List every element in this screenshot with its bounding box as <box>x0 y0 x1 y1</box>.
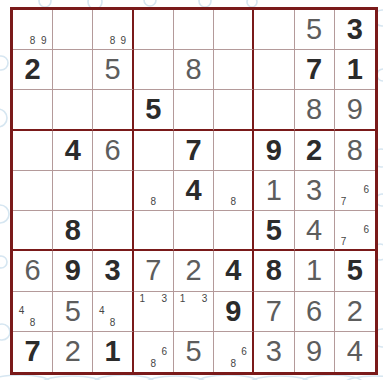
solved-digit: 6 <box>25 256 41 285</box>
cell-r9c1[interactable]: 7 <box>13 332 53 372</box>
candidate-empty-slot <box>107 12 118 24</box>
candidate-empty-slot <box>137 317 148 329</box>
solved-digit: 6 <box>306 297 322 326</box>
cell-r1c5[interactable] <box>174 10 214 50</box>
solved-digit: 9 <box>347 95 363 124</box>
candidate-digit: 8 <box>228 358 239 370</box>
candidate-empty-slot <box>148 346 159 358</box>
candidate-empty-slot <box>27 24 38 36</box>
cell-r5c4[interactable]: 8 <box>134 171 174 211</box>
candidate-empty-slot <box>137 196 148 208</box>
cell-r3c7[interactable] <box>254 90 294 130</box>
candidate-empty-slot <box>38 294 49 306</box>
sudoku-board: 8989532587158946792884813678546769372481… <box>10 7 378 375</box>
pencil-marks: 48 <box>16 294 49 329</box>
solved-digit: 2 <box>65 337 81 366</box>
candidate-empty-slot <box>118 305 129 317</box>
cell-r5c8[interactable]: 3 <box>295 171 335 211</box>
cell-r5c5[interactable]: 4 <box>174 171 214 211</box>
cell-r4c3[interactable]: 6 <box>93 131 133 171</box>
given-digit: 9 <box>65 256 81 285</box>
cell-r5c2[interactable] <box>53 171 93 211</box>
cell-r2c8[interactable]: 7 <box>295 50 335 90</box>
cell-r4c7[interactable]: 9 <box>254 131 294 171</box>
candidate-digit: 3 <box>199 294 210 306</box>
candidate-digit: 8 <box>107 35 118 47</box>
candidate-digit: 9 <box>38 35 49 47</box>
candidate-digit: 8 <box>148 196 159 208</box>
cell-r8c5[interactable]: 13 <box>174 292 214 332</box>
candidate-empty-slot <box>228 346 239 358</box>
candidate-digit: 3 <box>159 294 170 306</box>
candidate-empty-slot <box>38 305 49 317</box>
given-digit: 9 <box>225 297 241 326</box>
given-digit: 7 <box>25 337 41 366</box>
cell-r7c1[interactable]: 6 <box>13 251 53 291</box>
cell-r4c8[interactable]: 2 <box>295 131 335 171</box>
candidate-empty-slot <box>188 294 199 306</box>
solved-digit: 5 <box>65 297 81 326</box>
candidate-empty-slot <box>349 213 360 224</box>
candidate-digit: 8 <box>27 35 38 47</box>
pencil-marks: 68 <box>137 334 170 370</box>
candidate-empty-slot <box>16 35 27 47</box>
cell-r5c7[interactable]: 1 <box>254 171 294 211</box>
candidate-empty-slot <box>361 196 372 208</box>
pencil-marks: 13 <box>137 294 170 329</box>
cell-r6c9[interactable]: 67 <box>335 211 375 251</box>
cell-r6c4[interactable] <box>134 211 174 251</box>
solved-digit: 4 <box>347 337 363 366</box>
candidate-digit: 6 <box>159 346 170 358</box>
given-digit: 4 <box>225 256 241 285</box>
cell-r6c7[interactable]: 5 <box>254 211 294 251</box>
candidate-empty-slot <box>118 317 129 329</box>
cell-r1c8[interactable]: 5 <box>295 10 335 50</box>
cell-r8c1[interactable]: 48 <box>13 292 53 332</box>
candidate-empty-slot <box>148 317 159 329</box>
cell-r1c1[interactable]: 89 <box>13 10 53 50</box>
candidate-digit: 4 <box>16 305 27 317</box>
pencil-marks: 8 <box>217 173 249 208</box>
candidate-empty-slot <box>239 185 250 197</box>
candidate-empty-slot <box>27 305 38 317</box>
candidate-empty-slot <box>239 196 250 208</box>
cell-r8c7[interactable]: 7 <box>254 292 294 332</box>
candidate-empty-slot <box>361 236 372 247</box>
given-digit: 4 <box>65 136 81 165</box>
candidate-empty-slot <box>188 305 199 317</box>
candidate-empty-slot <box>159 173 170 185</box>
pencil-marks: 68 <box>217 334 249 370</box>
cell-r6c5[interactable] <box>174 211 214 251</box>
cell-r4c5[interactable]: 7 <box>174 131 214 171</box>
cell-r9c4[interactable]: 68 <box>134 332 174 372</box>
cell-r2c9[interactable]: 1 <box>335 50 375 90</box>
cell-r9c3[interactable]: 1 <box>93 332 133 372</box>
given-digit: 5 <box>347 256 363 285</box>
given-digit: 2 <box>25 55 41 84</box>
cell-r7c3[interactable]: 3 <box>93 251 133 291</box>
given-digit: 1 <box>104 337 120 366</box>
given-digit: 5 <box>145 95 161 124</box>
candidate-empty-slot <box>148 294 159 306</box>
candidate-empty-slot <box>118 24 129 36</box>
candidate-digit: 7 <box>338 196 349 208</box>
solved-digit: 7 <box>266 297 282 326</box>
cell-r8c9[interactable]: 2 <box>335 292 375 332</box>
cell-r1c4[interactable] <box>134 10 174 50</box>
solved-digit: 5 <box>185 337 201 366</box>
candidate-empty-slot <box>217 196 228 208</box>
cell-r8c2[interactable]: 5 <box>53 292 93 332</box>
solved-digit: 8 <box>306 95 322 124</box>
candidate-empty-slot <box>228 185 239 197</box>
candidate-digit: 6 <box>361 185 372 197</box>
cell-r8c8[interactable]: 6 <box>295 292 335 332</box>
candidate-empty-slot <box>217 185 228 197</box>
candidate-empty-slot <box>27 294 38 306</box>
cell-r4c1[interactable] <box>13 131 53 171</box>
candidate-empty-slot <box>361 213 372 224</box>
cell-r9c7[interactable]: 3 <box>254 332 294 372</box>
candidate-empty-slot <box>177 317 188 329</box>
cell-r1c2[interactable] <box>53 10 93 50</box>
solved-digit: 8 <box>185 55 201 84</box>
cell-r7c8[interactable]: 1 <box>295 251 335 291</box>
pencil-marks: 48 <box>96 294 128 329</box>
candidate-empty-slot <box>349 185 360 197</box>
candidate-empty-slot <box>349 236 360 247</box>
candidate-empty-slot <box>118 294 129 306</box>
given-digit: 3 <box>104 256 120 285</box>
candidate-empty-slot <box>239 173 250 185</box>
cell-r7c6[interactable]: 4 <box>214 251 254 291</box>
cell-r2c6[interactable] <box>214 50 254 90</box>
candidate-empty-slot <box>239 358 250 370</box>
cell-r8c6[interactable]: 9 <box>214 292 254 332</box>
cell-r2c2[interactable] <box>53 50 93 90</box>
candidate-empty-slot <box>148 173 159 185</box>
cell-r9c9[interactable]: 4 <box>335 332 375 372</box>
cell-r6c3[interactable] <box>93 211 133 251</box>
cell-r1c7[interactable] <box>254 10 294 50</box>
cell-r8c4[interactable]: 13 <box>134 292 174 332</box>
cell-r3c8[interactable]: 8 <box>295 90 335 130</box>
candidate-empty-slot <box>349 173 360 185</box>
cell-r1c9[interactable]: 3 <box>335 10 375 50</box>
cell-r4c4[interactable] <box>134 131 174 171</box>
cell-r2c4[interactable] <box>134 50 174 90</box>
candidate-empty-slot <box>16 294 27 306</box>
candidate-empty-slot <box>16 12 27 24</box>
candidate-empty-slot <box>338 213 349 224</box>
candidate-empty-slot <box>148 334 159 346</box>
candidate-empty-slot <box>177 305 188 317</box>
cell-r5c9[interactable]: 67 <box>335 171 375 211</box>
given-digit: 9 <box>266 136 282 165</box>
candidate-digit: 8 <box>107 317 118 329</box>
cell-r2c5[interactable]: 8 <box>174 50 214 90</box>
given-digit: 7 <box>306 55 322 84</box>
candidate-empty-slot <box>148 305 159 317</box>
pencil-marks: 89 <box>96 12 128 47</box>
pencil-marks: 67 <box>338 213 372 247</box>
candidate-empty-slot <box>27 12 38 24</box>
given-digit: 8 <box>65 216 81 245</box>
candidate-empty-slot <box>137 185 148 197</box>
candidate-empty-slot <box>338 173 349 185</box>
given-digit: 3 <box>347 15 363 44</box>
given-digit: 1 <box>347 55 363 84</box>
candidate-empty-slot <box>217 346 228 358</box>
candidate-empty-slot <box>349 196 360 208</box>
solved-digit: 1 <box>306 256 322 285</box>
candidate-digit: 1 <box>177 294 188 306</box>
solved-digit: 8 <box>347 136 363 165</box>
candidate-empty-slot <box>148 185 159 197</box>
candidate-empty-slot <box>239 334 250 346</box>
cell-r4c9[interactable]: 8 <box>335 131 375 171</box>
candidate-empty-slot <box>217 173 228 185</box>
cell-r6c1[interactable] <box>13 211 53 251</box>
candidate-digit: 4 <box>96 305 107 317</box>
given-digit: 8 <box>266 256 282 285</box>
cell-r6c6[interactable] <box>214 211 254 251</box>
candidate-digit: 7 <box>338 236 349 247</box>
pencil-marks: 8 <box>137 173 170 208</box>
cell-r4c2[interactable]: 4 <box>53 131 93 171</box>
cell-r3c6[interactable] <box>214 90 254 130</box>
candidate-empty-slot <box>199 317 210 329</box>
candidate-empty-slot <box>159 334 170 346</box>
candidate-empty-slot <box>96 35 107 47</box>
cell-r5c3[interactable] <box>93 171 133 211</box>
candidate-empty-slot <box>137 346 148 358</box>
candidate-empty-slot <box>107 294 118 306</box>
pencil-marks: 13 <box>177 294 210 329</box>
candidate-empty-slot <box>188 317 199 329</box>
candidate-empty-slot <box>96 317 107 329</box>
candidate-empty-slot <box>137 358 148 370</box>
cell-r3c2[interactable] <box>53 90 93 130</box>
candidate-empty-slot <box>228 334 239 346</box>
cell-r5c6[interactable]: 8 <box>214 171 254 211</box>
candidate-empty-slot <box>16 317 27 329</box>
candidate-empty-slot <box>338 185 349 197</box>
candidate-digit: 6 <box>361 225 372 236</box>
solved-digit: 2 <box>347 297 363 326</box>
cell-r3c5[interactable] <box>174 90 214 130</box>
candidate-empty-slot <box>228 173 239 185</box>
candidate-empty-slot <box>159 358 170 370</box>
solved-digit: 6 <box>104 136 120 165</box>
solved-digit: 4 <box>306 216 322 245</box>
cell-r8c3[interactable]: 48 <box>93 292 133 332</box>
cell-r5c1[interactable] <box>13 171 53 211</box>
candidate-empty-slot <box>38 317 49 329</box>
solved-digit: 2 <box>185 256 201 285</box>
solved-digit: 7 <box>145 256 161 285</box>
given-digit: 4 <box>185 176 201 205</box>
candidate-empty-slot <box>38 24 49 36</box>
sudoku-app-screen: 8989532587158946792884813678546769372481… <box>0 0 383 380</box>
cell-r9c5[interactable]: 5 <box>174 332 214 372</box>
given-digit: 7 <box>185 136 201 165</box>
candidate-digit: 8 <box>148 358 159 370</box>
candidate-empty-slot <box>338 225 349 236</box>
candidate-digit: 9 <box>118 35 129 47</box>
cell-r3c4[interactable]: 5 <box>134 90 174 130</box>
candidate-empty-slot <box>159 185 170 197</box>
cell-r9c2[interactable]: 2 <box>53 332 93 372</box>
pencil-marks: 67 <box>338 173 372 208</box>
candidate-empty-slot <box>96 294 107 306</box>
candidate-empty-slot <box>118 12 129 24</box>
candidate-empty-slot <box>361 173 372 185</box>
cell-r1c3[interactable]: 89 <box>93 10 133 50</box>
cell-r7c7[interactable]: 8 <box>254 251 294 291</box>
solved-digit: 3 <box>266 337 282 366</box>
candidate-empty-slot <box>349 225 360 236</box>
solved-digit: 1 <box>266 176 282 205</box>
cell-r6c8[interactable]: 4 <box>295 211 335 251</box>
candidate-empty-slot <box>217 334 228 346</box>
solved-digit: 5 <box>306 15 322 44</box>
given-digit: 5 <box>266 216 282 245</box>
cell-r7c9[interactable]: 5 <box>335 251 375 291</box>
cell-r1c6[interactable] <box>214 10 254 50</box>
candidate-empty-slot <box>137 334 148 346</box>
candidate-empty-slot <box>199 305 210 317</box>
cell-r7c4[interactable]: 7 <box>134 251 174 291</box>
candidate-empty-slot <box>107 24 118 36</box>
candidate-digit: 8 <box>228 196 239 208</box>
pencil-marks: 89 <box>16 12 49 47</box>
candidate-digit: 1 <box>137 294 148 306</box>
cell-r2c3[interactable]: 5 <box>93 50 133 90</box>
candidate-empty-slot <box>16 24 27 36</box>
cell-r3c9[interactable]: 9 <box>335 90 375 130</box>
given-digit: 2 <box>306 136 322 165</box>
candidate-digit: 8 <box>27 317 38 329</box>
cell-r3c1[interactable] <box>13 90 53 130</box>
cell-r2c1[interactable]: 2 <box>13 50 53 90</box>
candidate-empty-slot <box>38 12 49 24</box>
solved-digit: 5 <box>104 55 120 84</box>
candidate-empty-slot <box>96 12 107 24</box>
cell-r2c7[interactable] <box>254 50 294 90</box>
solved-digit: 3 <box>306 176 322 205</box>
candidate-empty-slot <box>96 24 107 36</box>
candidate-empty-slot <box>159 317 170 329</box>
cell-r6c2[interactable]: 8 <box>53 211 93 251</box>
candidate-empty-slot <box>159 305 170 317</box>
solved-digit: 9 <box>306 337 322 366</box>
candidate-empty-slot <box>137 173 148 185</box>
candidate-empty-slot <box>217 358 228 370</box>
cell-r9c6[interactable]: 68 <box>214 332 254 372</box>
cell-r7c2[interactable]: 9 <box>53 251 93 291</box>
candidate-empty-slot <box>159 196 170 208</box>
candidate-empty-slot <box>137 305 148 317</box>
cell-r4c6[interactable] <box>214 131 254 171</box>
candidate-digit: 6 <box>239 346 250 358</box>
cell-r3c3[interactable] <box>93 90 133 130</box>
cell-r9c8[interactable]: 9 <box>295 332 335 372</box>
cell-r7c5[interactable]: 2 <box>174 251 214 291</box>
candidate-empty-slot <box>107 305 118 317</box>
